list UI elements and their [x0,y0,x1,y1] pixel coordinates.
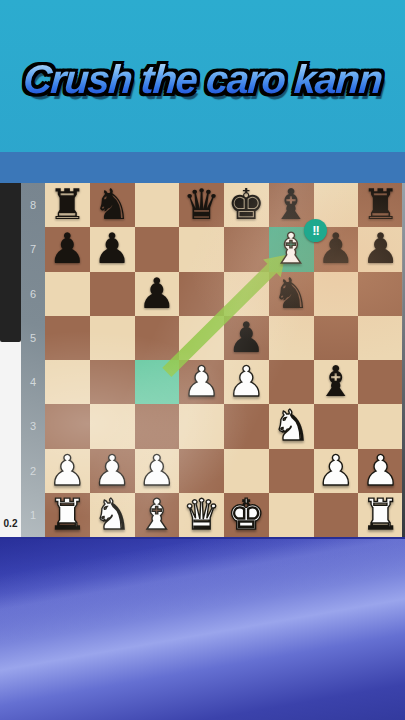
piece-black-knight: ♞ [269,272,314,316]
square-f2[interactable] [269,449,314,493]
chess-board[interactable]: ♜♞♛♚♝♜♟♟♝♟♟♟♞♟♟♟♝♞♟♟♟♟♟♜♞♝♛♚♜ [45,183,403,537]
piece-white-knight: ♞ [90,493,135,537]
piece-white-pawn: ♟ [179,360,224,404]
eval-bar-black-section [0,183,21,342]
eval-bar: 0.2 [0,183,21,537]
square-e1[interactable]: ♚ [224,493,269,537]
square-e3[interactable] [224,404,269,448]
square-g6[interactable] [314,272,359,316]
square-h5[interactable] [358,316,403,360]
square-e8[interactable]: ♚ [224,183,269,227]
square-f8[interactable]: ♝ [269,183,314,227]
eval-score: 0.2 [0,518,21,529]
square-h8[interactable]: ♜ [358,183,403,227]
square-b1[interactable]: ♞ [90,493,135,537]
square-h1[interactable]: ♜ [358,493,403,537]
square-b6[interactable] [90,272,135,316]
square-h3[interactable] [358,404,403,448]
piece-white-queen: ♛ [179,493,224,537]
square-f6[interactable]: ♞ [269,272,314,316]
square-a2[interactable]: ♟ [45,449,90,493]
piece-black-rook: ♜ [358,183,403,227]
square-c1[interactable]: ♝ [135,493,180,537]
square-d2[interactable] [179,449,224,493]
square-e6[interactable] [224,272,269,316]
rank-label-2: 2 [21,449,45,493]
square-d7[interactable] [179,227,224,271]
square-h2[interactable]: ♟ [358,449,403,493]
piece-white-pawn: ♟ [224,360,269,404]
bottom-background [0,537,405,720]
square-a3[interactable] [45,404,90,448]
piece-black-rook: ♜ [45,183,90,227]
square-a4[interactable] [45,360,90,404]
square-f1[interactable] [269,493,314,537]
square-g2[interactable]: ♟ [314,449,359,493]
piece-white-pawn: ♟ [90,449,135,493]
square-c8[interactable] [135,183,180,227]
square-a6[interactable] [45,272,90,316]
square-g1[interactable] [314,493,359,537]
piece-black-bishop: ♝ [269,183,314,227]
screen: Crush the caro kann Crush the caro kann … [0,0,405,720]
square-e2[interactable] [224,449,269,493]
square-b7[interactable]: ♟ [90,227,135,271]
piece-black-pawn: ♟ [135,272,180,316]
piece-black-pawn: ♟ [358,227,403,271]
square-a5[interactable] [45,316,90,360]
square-e7[interactable] [224,227,269,271]
square-e5[interactable]: ♟ [224,316,269,360]
square-d3[interactable] [179,404,224,448]
piece-white-bishop: ♝ [135,493,180,537]
piece-white-king: ♚ [224,493,269,537]
video-title: Crush the caro kann Crush the caro kann [0,50,405,112]
rank-label-1: 1 [21,493,45,537]
square-c7[interactable] [135,227,180,271]
rank-labels: 87654321 [21,183,45,537]
square-a1[interactable]: ♜ [45,493,90,537]
square-b3[interactable] [90,404,135,448]
piece-black-queen: ♛ [179,183,224,227]
square-b8[interactable]: ♞ [90,183,135,227]
square-h6[interactable] [358,272,403,316]
square-b2[interactable]: ♟ [90,449,135,493]
piece-white-pawn: ♟ [314,449,359,493]
piece-black-bishop: ♝ [314,360,359,404]
piece-white-rook: ♜ [45,493,90,537]
square-g4[interactable]: ♝ [314,360,359,404]
video-title-text: Crush the caro kann [0,50,405,108]
square-c6[interactable]: ♟ [135,272,180,316]
piece-black-knight: ♞ [90,183,135,227]
square-c4[interactable] [135,360,180,404]
square-g5[interactable] [314,316,359,360]
square-f5[interactable] [269,316,314,360]
piece-white-rook: ♜ [358,493,403,537]
square-h4[interactable] [358,360,403,404]
piece-white-pawn: ♟ [45,449,90,493]
square-d8[interactable]: ♛ [179,183,224,227]
square-f4[interactable] [269,360,314,404]
square-e4[interactable]: ♟ [224,360,269,404]
square-d5[interactable] [179,316,224,360]
rank-label-7: 7 [21,227,45,271]
square-c5[interactable] [135,316,180,360]
rank-label-8: 8 [21,183,45,227]
square-d4[interactable]: ♟ [179,360,224,404]
piece-white-pawn: ♟ [135,449,180,493]
square-d1[interactable]: ♛ [179,493,224,537]
square-c3[interactable] [135,404,180,448]
square-b4[interactable] [90,360,135,404]
app-background-strip [0,152,405,183]
rank-label-5: 5 [21,316,45,360]
piece-black-pawn: ♟ [224,316,269,360]
piece-white-knight: ♞ [269,404,314,448]
square-d6[interactable] [179,272,224,316]
square-a8[interactable]: ♜ [45,183,90,227]
piece-black-pawn: ♟ [90,227,135,271]
square-h7[interactable]: ♟ [358,227,403,271]
square-a7[interactable]: ♟ [45,227,90,271]
square-f3[interactable]: ♞ [269,404,314,448]
rank-label-3: 3 [21,404,45,448]
square-c2[interactable]: ♟ [135,449,180,493]
square-b5[interactable] [90,316,135,360]
rank-label-4: 4 [21,360,45,404]
piece-black-pawn: ♟ [45,227,90,271]
piece-black-king: ♚ [224,183,269,227]
square-g3[interactable] [314,404,359,448]
rank-label-6: 6 [21,272,45,316]
brilliant-move-glyph: !! [312,223,319,238]
piece-white-pawn: ♟ [358,449,403,493]
